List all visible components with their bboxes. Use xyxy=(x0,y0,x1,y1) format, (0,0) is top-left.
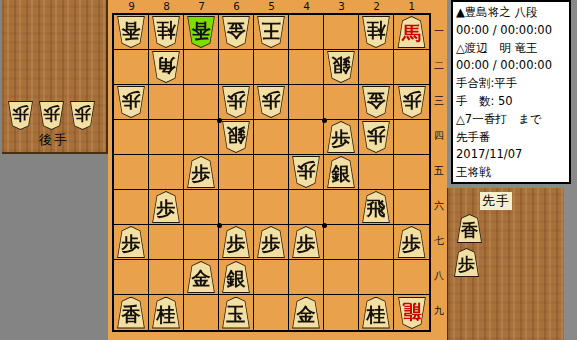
square-2-1: 桂 xyxy=(359,15,394,50)
shogi-kifu-viewer: 歩歩歩 後手 987654321 香桂香金王桂馬角銀歩歩歩金歩銀歩歩歩歩銀歩飛歩… xyxy=(0,0,577,340)
square-3-1 xyxy=(324,15,359,50)
piece-gote-pawn: 歩 xyxy=(116,86,146,118)
square-7-3 xyxy=(184,85,219,120)
file-label-4: 4 xyxy=(289,0,324,13)
right-panel: ▲豊島将之 八段00:00 / 00:00:00△渡辺 明 竜王00:00 / … xyxy=(447,0,577,340)
square-6-7: 歩 xyxy=(219,225,254,260)
piece-kanji: 歩 xyxy=(332,126,351,148)
square-3-9 xyxy=(324,295,359,330)
star-point xyxy=(322,223,327,228)
square-9-7: 歩 xyxy=(114,225,149,260)
square-1-1: 馬 xyxy=(394,15,429,50)
info-line-3: △渡辺 明 竜王 xyxy=(456,40,566,58)
rank-label-1: 一 xyxy=(432,13,446,48)
piece-kanji: 桂 xyxy=(157,302,176,324)
rank-label-2: 二 xyxy=(432,48,446,83)
piece-kanji: 金 xyxy=(227,21,246,43)
piece-gote-pawn: 歩 xyxy=(7,101,34,130)
piece-sente-knight: 桂 xyxy=(361,297,391,329)
square-9-3: 歩 xyxy=(114,85,149,120)
rank-label-8: 八 xyxy=(432,258,446,293)
square-4-3 xyxy=(289,85,324,120)
info-line-7: △7一香打 まで xyxy=(456,111,566,129)
square-7-5: 歩 xyxy=(184,155,219,190)
gote-hand-pieces: 歩歩歩 xyxy=(7,101,96,130)
piece-sente-pawn: 歩 xyxy=(151,191,181,223)
piece-sente-rook: 飛 xyxy=(361,191,391,223)
piece-gote-bishop: 角 xyxy=(151,51,181,83)
file-label-2: 2 xyxy=(359,0,394,13)
square-6-8: 銀 xyxy=(219,260,254,295)
piece-kanji: 桂 xyxy=(367,302,386,324)
piece-sente-silver: 銀 xyxy=(221,261,251,293)
rank-label-5: 五 xyxy=(432,153,446,188)
square-3-3 xyxy=(324,85,359,120)
piece-kanji: 歩 xyxy=(367,126,386,148)
square-7-6 xyxy=(184,190,219,225)
piece-sente-lance: 香 xyxy=(116,297,146,329)
piece-kanji: 王 xyxy=(262,21,281,43)
info-line-6: 手 数: 50 xyxy=(456,93,566,111)
square-5-8 xyxy=(254,260,289,295)
square-9-6 xyxy=(114,190,149,225)
file-coordinates: 987654321 xyxy=(114,0,429,13)
piece-sente-lance: 香 xyxy=(456,214,483,243)
square-3-7 xyxy=(324,225,359,260)
square-9-1: 香 xyxy=(114,15,149,50)
file-label-8: 8 xyxy=(149,0,184,13)
square-8-6: 歩 xyxy=(149,190,184,225)
square-8-1: 桂 xyxy=(149,15,184,50)
piece-kanji: 桂 xyxy=(157,21,176,43)
square-8-7 xyxy=(149,225,184,260)
square-4-2 xyxy=(289,50,324,85)
square-7-2 xyxy=(184,50,219,85)
info-line-9: 2017/11/07 xyxy=(456,146,566,164)
square-9-2 xyxy=(114,50,149,85)
piece-gote-pawn: 歩 xyxy=(221,86,251,118)
piece-kanji: 歩 xyxy=(122,91,141,113)
piece-kanji: 歩 xyxy=(122,231,141,253)
piece-gote-pawn: 歩 xyxy=(69,101,96,130)
star-point xyxy=(217,118,222,123)
piece-sente-pawn: 歩 xyxy=(397,226,427,258)
square-9-8 xyxy=(114,260,149,295)
square-8-4 xyxy=(149,120,184,155)
square-2-3: 金 xyxy=(359,85,394,120)
piece-kanji: 銀 xyxy=(227,266,246,288)
square-5-5 xyxy=(254,155,289,190)
piece-kanji: 歩 xyxy=(297,231,316,253)
square-3-5: 銀 xyxy=(324,155,359,190)
square-3-2: 銀 xyxy=(324,50,359,85)
square-5-6 xyxy=(254,190,289,225)
gote-tray-label: 後手 xyxy=(2,131,106,149)
piece-kanji: 歩 xyxy=(43,106,60,126)
info-line-5: 手合割:平手 xyxy=(456,75,566,93)
square-3-6 xyxy=(324,190,359,225)
piece-kanji: 銀 xyxy=(332,161,351,183)
piece-sente-pawn: 歩 xyxy=(221,226,251,258)
square-8-8 xyxy=(149,260,184,295)
piece-kanji: 歩 xyxy=(74,106,91,126)
info-line-10: 王将戦 xyxy=(456,164,566,182)
piece-kanji: 飛 xyxy=(367,196,386,218)
square-6-4: 銀 xyxy=(219,120,254,155)
piece-gote-pawn: 歩 xyxy=(397,86,427,118)
square-8-5 xyxy=(149,155,184,190)
square-7-8: 金 xyxy=(184,260,219,295)
square-1-4 xyxy=(394,120,429,155)
piece-kanji: 歩 xyxy=(227,91,246,113)
square-5-3: 歩 xyxy=(254,85,289,120)
shogi-board: 香桂香金王桂馬角銀歩歩歩金歩銀歩歩歩歩銀歩飛歩歩歩歩歩金銀香桂玉金桂龍 xyxy=(114,15,429,330)
piece-sente-king: 玉 xyxy=(221,297,251,329)
piece-kanji: 金 xyxy=(192,266,211,288)
piece-sente-pawn: 歩 xyxy=(326,121,356,153)
piece-kanji: 歩 xyxy=(192,161,211,183)
piece-kanji: 歩 xyxy=(402,91,421,113)
square-2-4: 歩 xyxy=(359,120,394,155)
square-5-1: 王 xyxy=(254,15,289,50)
piece-gote-pawn: 歩 xyxy=(361,121,391,153)
piece-sente-pawn: 歩 xyxy=(116,226,146,258)
square-6-2 xyxy=(219,50,254,85)
piece-gote-gold: 金 xyxy=(361,86,391,118)
piece-gote-lance: 香 xyxy=(186,16,216,48)
square-4-8 xyxy=(289,260,324,295)
piece-gote-knight: 桂 xyxy=(151,16,181,48)
piece-sente-pawn: 歩 xyxy=(186,156,216,188)
square-5-7: 歩 xyxy=(254,225,289,260)
square-2-5 xyxy=(359,155,394,190)
piece-gote-pawn: 歩 xyxy=(38,101,65,130)
square-1-7: 歩 xyxy=(394,225,429,260)
piece-sente-pawn: 歩 xyxy=(291,226,321,258)
square-5-9 xyxy=(254,295,289,330)
square-4-6 xyxy=(289,190,324,225)
piece-kanji: 馬 xyxy=(402,21,421,43)
rank-label-4: 四 xyxy=(432,118,446,153)
square-7-4 xyxy=(184,120,219,155)
piece-sente-knight: 桂 xyxy=(151,297,181,329)
piece-gote-king: 王 xyxy=(256,16,286,48)
square-5-2 xyxy=(254,50,289,85)
piece-kanji: 歩 xyxy=(297,161,316,183)
info-line-8: 先手番 xyxy=(456,129,566,147)
info-line-4: 00:00 / 00:00:00 xyxy=(456,57,566,75)
rank-label-9: 九 xyxy=(432,293,446,328)
rank-label-7: 七 xyxy=(432,223,446,258)
square-1-8 xyxy=(394,260,429,295)
file-label-9: 9 xyxy=(114,0,149,13)
square-1-2 xyxy=(394,50,429,85)
piece-kanji: 桂 xyxy=(367,21,386,43)
rank-label-6: 六 xyxy=(432,188,446,223)
sente-tray-label: 先手 xyxy=(480,192,512,210)
piece-gote-silver: 銀 xyxy=(326,51,356,83)
piece-gote-pawn: 歩 xyxy=(291,156,321,188)
piece-gote-lance: 香 xyxy=(116,16,146,48)
board-area: 987654321 香桂香金王桂馬角銀歩歩歩金歩銀歩歩歩歩銀歩飛歩歩歩歩歩金銀香… xyxy=(108,0,447,340)
board-frame: 香桂香金王桂馬角銀歩歩歩金歩銀歩歩歩歩銀歩飛歩歩歩歩歩金銀香桂玉金桂龍 xyxy=(112,13,431,332)
piece-kanji: 歩 xyxy=(12,106,29,126)
piece-gote-silver: 銀 xyxy=(221,121,251,153)
square-9-4 xyxy=(114,120,149,155)
square-2-7 xyxy=(359,225,394,260)
file-label-1: 1 xyxy=(394,0,429,13)
square-3-8 xyxy=(324,260,359,295)
piece-kanji: 歩 xyxy=(227,231,246,253)
piece-kanji: 歩 xyxy=(262,231,281,253)
square-6-6 xyxy=(219,190,254,225)
piece-kanji: 歩 xyxy=(157,196,176,218)
info-line-2: 00:00 / 00:00:00 xyxy=(456,22,566,40)
piece-kanji: 龍 xyxy=(402,302,421,324)
square-6-5 xyxy=(219,155,254,190)
file-label-6: 6 xyxy=(219,0,254,13)
piece-kanji: 金 xyxy=(367,91,386,113)
piece-kanji: 金 xyxy=(297,302,316,324)
square-4-5: 歩 xyxy=(289,155,324,190)
piece-gote-knight: 桂 xyxy=(361,16,391,48)
square-1-5 xyxy=(394,155,429,190)
piece-gote-dragon: 龍 xyxy=(397,297,427,329)
square-1-9: 龍 xyxy=(394,295,429,330)
square-8-2: 角 xyxy=(149,50,184,85)
square-9-5 xyxy=(114,155,149,190)
square-6-9: 玉 xyxy=(219,295,254,330)
file-label-5: 5 xyxy=(254,0,289,13)
piece-kanji: 香 xyxy=(461,219,478,239)
piece-sente-gold: 金 xyxy=(186,261,216,293)
piece-sente-horse: 馬 xyxy=(397,16,427,48)
square-1-6 xyxy=(394,190,429,225)
piece-gote-pawn: 歩 xyxy=(256,86,286,118)
rank-label-3: 三 xyxy=(432,83,446,118)
left-panel: 歩歩歩 後手 xyxy=(0,0,108,340)
piece-kanji: 香 xyxy=(122,21,141,43)
square-6-1: 金 xyxy=(219,15,254,50)
square-2-8 xyxy=(359,260,394,295)
square-7-7 xyxy=(184,225,219,260)
square-8-3 xyxy=(149,85,184,120)
square-4-1 xyxy=(289,15,324,50)
info-line-1: ▲豊島将之 八段 xyxy=(456,4,566,22)
square-2-2 xyxy=(359,50,394,85)
piece-sente-silver: 銀 xyxy=(326,156,356,188)
game-info-panel: ▲豊島将之 八段00:00 / 00:00:00△渡辺 明 竜王00:00 / … xyxy=(451,0,571,184)
square-2-6: 飛 xyxy=(359,190,394,225)
square-7-1: 香 xyxy=(184,15,219,50)
piece-kanji: 角 xyxy=(157,56,176,78)
square-1-3: 歩 xyxy=(394,85,429,120)
star-point xyxy=(217,223,222,228)
square-4-7: 歩 xyxy=(289,225,324,260)
square-9-9: 香 xyxy=(114,295,149,330)
piece-kanji: 歩 xyxy=(402,231,421,253)
square-8-9: 桂 xyxy=(149,295,184,330)
sente-captured-tray: 先手 香歩 xyxy=(447,188,564,340)
gote-captured-tray: 歩歩歩 後手 xyxy=(2,0,108,154)
file-label-7: 7 xyxy=(184,0,219,13)
sente-hand-pieces: 香歩 xyxy=(456,214,483,277)
square-2-9: 桂 xyxy=(359,295,394,330)
piece-kanji: 歩 xyxy=(262,91,281,113)
square-5-4 xyxy=(254,120,289,155)
star-point xyxy=(322,118,327,123)
piece-sente-pawn: 歩 xyxy=(453,248,480,277)
piece-kanji: 銀 xyxy=(332,56,351,78)
file-label-3: 3 xyxy=(324,0,359,13)
piece-sente-pawn: 歩 xyxy=(256,226,286,258)
piece-kanji: 香 xyxy=(122,302,141,324)
square-3-4: 歩 xyxy=(324,120,359,155)
square-7-9 xyxy=(184,295,219,330)
piece-kanji: 玉 xyxy=(227,302,246,324)
square-4-9: 金 xyxy=(289,295,324,330)
piece-kanji: 香 xyxy=(192,21,211,43)
piece-gote-gold: 金 xyxy=(221,16,251,48)
piece-kanji: 銀 xyxy=(227,126,246,148)
piece-sente-gold: 金 xyxy=(291,297,321,329)
square-6-3: 歩 xyxy=(219,85,254,120)
piece-kanji: 歩 xyxy=(458,253,475,273)
square-4-4 xyxy=(289,120,324,155)
rank-coordinates: 一二三四五六七八九 xyxy=(432,13,446,328)
